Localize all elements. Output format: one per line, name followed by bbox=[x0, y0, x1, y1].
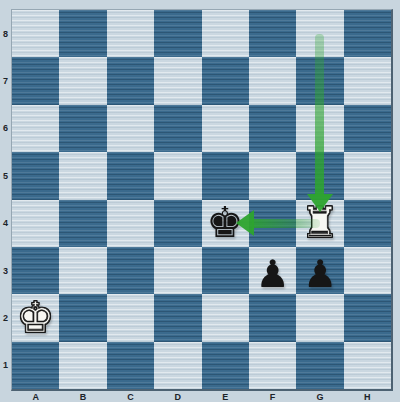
square-e4[interactable]: ♚ bbox=[202, 200, 249, 247]
square-f5[interactable] bbox=[249, 152, 296, 199]
square-f3[interactable]: ♟ bbox=[249, 247, 296, 294]
square-b6[interactable] bbox=[59, 105, 106, 152]
square-b4[interactable] bbox=[59, 200, 106, 247]
file-label-b: B bbox=[59, 391, 106, 402]
square-b7[interactable] bbox=[59, 57, 106, 104]
square-g1[interactable] bbox=[296, 342, 343, 389]
square-d3[interactable] bbox=[154, 247, 201, 294]
square-c7[interactable] bbox=[107, 57, 154, 104]
square-g8[interactable] bbox=[296, 10, 343, 57]
square-a3[interactable] bbox=[12, 247, 59, 294]
white-king-a2[interactable]: ♚ bbox=[12, 294, 59, 341]
square-h2[interactable] bbox=[344, 294, 391, 341]
square-a6[interactable] bbox=[12, 105, 59, 152]
rank-label-6: 6 bbox=[0, 105, 11, 152]
file-label-e: E bbox=[202, 391, 249, 402]
square-c3[interactable] bbox=[107, 247, 154, 294]
square-h8[interactable] bbox=[344, 10, 391, 57]
square-d8[interactable] bbox=[154, 10, 201, 57]
square-f8[interactable] bbox=[249, 10, 296, 57]
square-a8[interactable] bbox=[12, 10, 59, 57]
square-a4[interactable] bbox=[12, 200, 59, 247]
square-d2[interactable] bbox=[154, 294, 201, 341]
square-e7[interactable] bbox=[202, 57, 249, 104]
board: ♚♜♟♟♚ bbox=[11, 9, 393, 391]
square-d7[interactable] bbox=[154, 57, 201, 104]
square-b8[interactable] bbox=[59, 10, 106, 57]
black-pawn-g3[interactable]: ♟ bbox=[296, 247, 343, 297]
square-e6[interactable] bbox=[202, 105, 249, 152]
square-h1[interactable] bbox=[344, 342, 391, 389]
black-pawn-f3[interactable]: ♟ bbox=[249, 247, 296, 297]
square-g2[interactable] bbox=[296, 294, 343, 341]
square-a5[interactable] bbox=[12, 152, 59, 199]
square-h4[interactable] bbox=[344, 200, 391, 247]
square-d5[interactable] bbox=[154, 152, 201, 199]
square-g3[interactable]: ♟ bbox=[296, 247, 343, 294]
file-label-h: H bbox=[344, 391, 391, 402]
square-e1[interactable] bbox=[202, 342, 249, 389]
black-king-e4[interactable]: ♚ bbox=[202, 200, 249, 247]
square-c5[interactable] bbox=[107, 152, 154, 199]
file-label-d: D bbox=[154, 391, 201, 402]
file-label-a: A bbox=[12, 391, 59, 402]
square-c1[interactable] bbox=[107, 342, 154, 389]
square-b2[interactable] bbox=[59, 294, 106, 341]
square-e3[interactable] bbox=[202, 247, 249, 294]
file-label-c: C bbox=[107, 391, 154, 402]
rank-label-5: 5 bbox=[0, 152, 11, 199]
chess-board-page: ♚♜♟♟♚ 87654321 ABCDEFGH bbox=[0, 0, 400, 402]
square-c2[interactable] bbox=[107, 294, 154, 341]
square-g7[interactable] bbox=[296, 57, 343, 104]
file-label-f: F bbox=[249, 391, 296, 402]
square-f1[interactable] bbox=[249, 342, 296, 389]
square-g5[interactable] bbox=[296, 152, 343, 199]
rank-label-8: 8 bbox=[0, 10, 11, 57]
square-b1[interactable] bbox=[59, 342, 106, 389]
square-a7[interactable] bbox=[12, 57, 59, 104]
rank-label-3: 3 bbox=[0, 247, 11, 294]
file-label-g: G bbox=[296, 391, 343, 402]
square-f7[interactable] bbox=[249, 57, 296, 104]
rank-label-4: 4 bbox=[0, 200, 11, 247]
square-h3[interactable] bbox=[344, 247, 391, 294]
square-g6[interactable] bbox=[296, 105, 343, 152]
square-b3[interactable] bbox=[59, 247, 106, 294]
square-b5[interactable] bbox=[59, 152, 106, 199]
square-d6[interactable] bbox=[154, 105, 201, 152]
square-d1[interactable] bbox=[154, 342, 201, 389]
square-h5[interactable] bbox=[344, 152, 391, 199]
square-f2[interactable] bbox=[249, 294, 296, 341]
square-c4[interactable] bbox=[107, 200, 154, 247]
square-a2[interactable]: ♚ bbox=[12, 294, 59, 341]
square-g4[interactable]: ♜ bbox=[296, 200, 343, 247]
square-c6[interactable] bbox=[107, 105, 154, 152]
square-h6[interactable] bbox=[344, 105, 391, 152]
square-f6[interactable] bbox=[249, 105, 296, 152]
square-d4[interactable] bbox=[154, 200, 201, 247]
square-c8[interactable] bbox=[107, 10, 154, 57]
rank-label-1: 1 bbox=[0, 342, 11, 389]
square-e2[interactable] bbox=[202, 294, 249, 341]
rank-label-2: 2 bbox=[0, 294, 11, 341]
square-a1[interactable] bbox=[12, 342, 59, 389]
square-e5[interactable] bbox=[202, 152, 249, 199]
square-h7[interactable] bbox=[344, 57, 391, 104]
square-e8[interactable] bbox=[202, 10, 249, 57]
rank-label-7: 7 bbox=[0, 57, 11, 104]
square-f4[interactable] bbox=[249, 200, 296, 247]
white-rook-g4[interactable]: ♜ bbox=[296, 200, 343, 247]
